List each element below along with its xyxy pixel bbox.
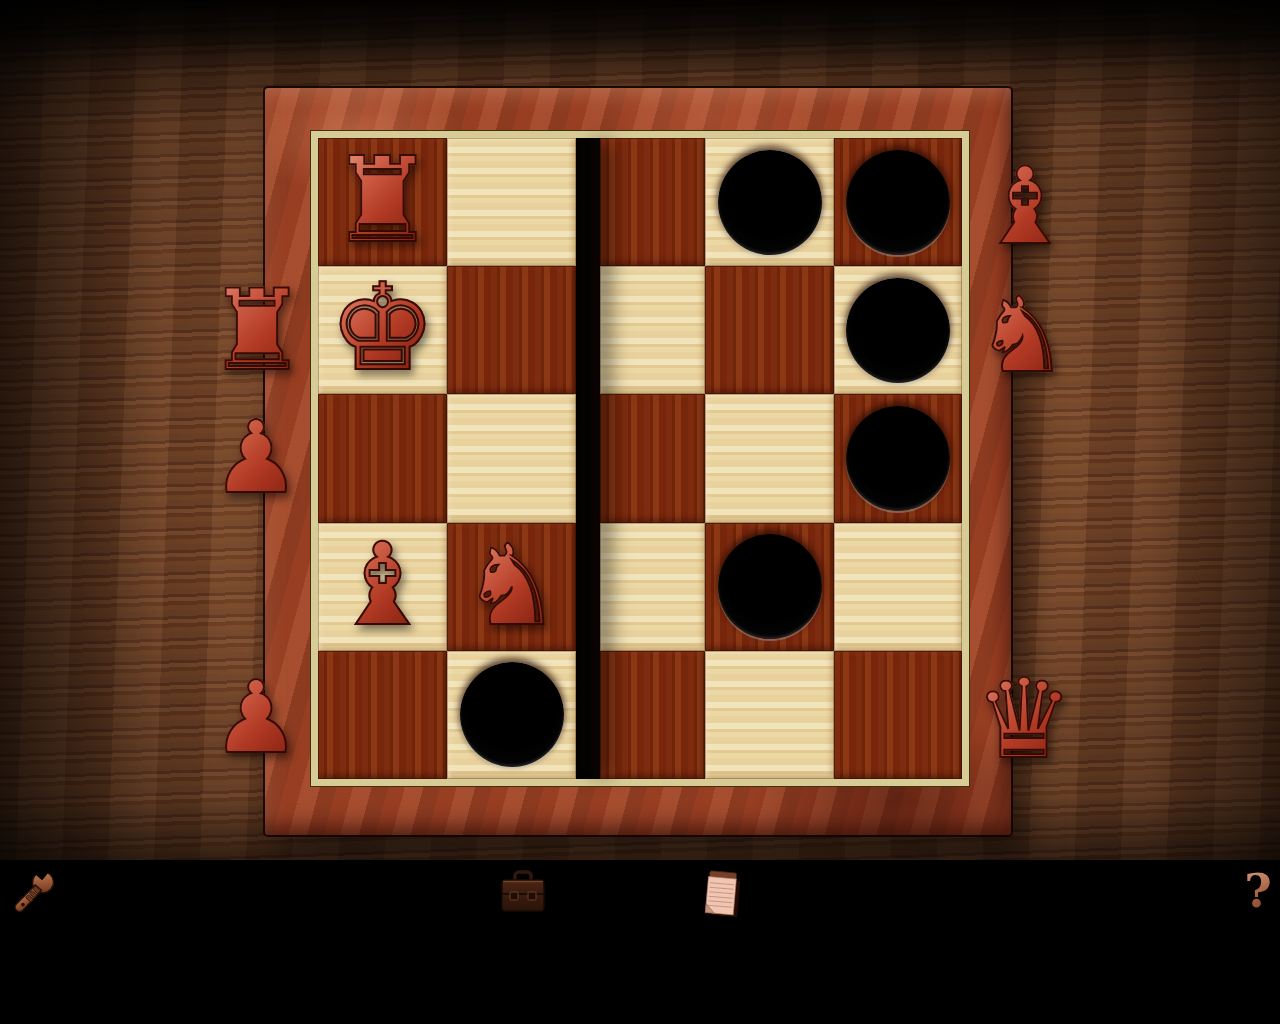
red-knight[interactable]: ♞ bbox=[461, 529, 561, 641]
red-rook[interactable]: ♜ bbox=[330, 141, 436, 259]
hole-r3c5 bbox=[846, 406, 950, 511]
hole-r2c5 bbox=[846, 278, 950, 383]
cell-r2c1[interactable]: ♚ bbox=[318, 266, 447, 394]
hole-r4c4 bbox=[718, 534, 822, 639]
tray-queen-right[interactable]: ♛ bbox=[962, 656, 1086, 782]
cell-r5c4[interactable] bbox=[705, 651, 834, 779]
cell-r5c2[interactable] bbox=[447, 651, 576, 779]
board-gold-trim: ♜♚♝♞ bbox=[311, 131, 969, 786]
cell-r1c4[interactable] bbox=[705, 138, 834, 266]
red-king[interactable]: ♚ bbox=[329, 268, 437, 388]
red-bishop[interactable]: ♝ bbox=[331, 528, 433, 642]
toolbar: ? bbox=[0, 860, 1280, 1024]
cell-r4c2[interactable]: ♞ bbox=[447, 523, 576, 651]
cell-r3c1[interactable] bbox=[318, 394, 447, 522]
board-frame: ♜♚♝♞ bbox=[265, 88, 1011, 835]
cell-r1c3[interactable] bbox=[600, 138, 705, 266]
hole-r1c4 bbox=[718, 150, 822, 255]
cell-r1c2[interactable] bbox=[447, 138, 576, 266]
tray-pawn-left-2[interactable]: ♟ bbox=[201, 658, 311, 778]
cell-r3c2[interactable] bbox=[447, 394, 576, 522]
cell-r1c5[interactable] bbox=[834, 138, 962, 266]
cell-r5c1[interactable] bbox=[318, 651, 447, 779]
cell-r4c1[interactable]: ♝ bbox=[318, 523, 447, 651]
cell-r4c4[interactable] bbox=[705, 523, 834, 651]
board-grid: ♜♚♝♞ bbox=[318, 138, 962, 779]
tray-knight-right[interactable]: ♞ bbox=[962, 274, 1082, 396]
cell-r5c5[interactable] bbox=[834, 651, 962, 779]
notepad-icon[interactable] bbox=[701, 868, 747, 920]
wrench-icon[interactable] bbox=[8, 866, 60, 920]
cell-r3c4[interactable] bbox=[705, 394, 834, 522]
cell-r2c3[interactable] bbox=[600, 266, 705, 394]
game-screen: ♜♚♝♞ ♜ ♟ ♟ ♝ ♞ ♛ bbox=[0, 0, 1280, 1024]
cell-r2c5[interactable] bbox=[834, 266, 962, 394]
cell-r2c4[interactable] bbox=[705, 266, 834, 394]
cell-r2c2[interactable] bbox=[447, 266, 576, 394]
cell-r1c1[interactable]: ♜ bbox=[318, 138, 447, 266]
sliding-column-groove bbox=[576, 138, 600, 779]
cell-r4c5[interactable] bbox=[834, 523, 962, 651]
help-icon[interactable]: ? bbox=[1238, 862, 1278, 918]
hole-r5c2 bbox=[460, 662, 564, 767]
briefcase-icon[interactable] bbox=[497, 868, 549, 920]
cell-r4c3[interactable] bbox=[600, 523, 705, 651]
cell-r3c3[interactable] bbox=[600, 394, 705, 522]
tray-bishop-right[interactable]: ♝ bbox=[965, 146, 1085, 268]
cell-r3c5[interactable] bbox=[834, 394, 962, 522]
tray-pawn-left-1[interactable]: ♟ bbox=[201, 398, 311, 518]
cell-r5c3[interactable] bbox=[600, 651, 705, 779]
hole-r1c5 bbox=[846, 150, 950, 255]
tray-rook-left[interactable]: ♜ bbox=[197, 266, 317, 394]
